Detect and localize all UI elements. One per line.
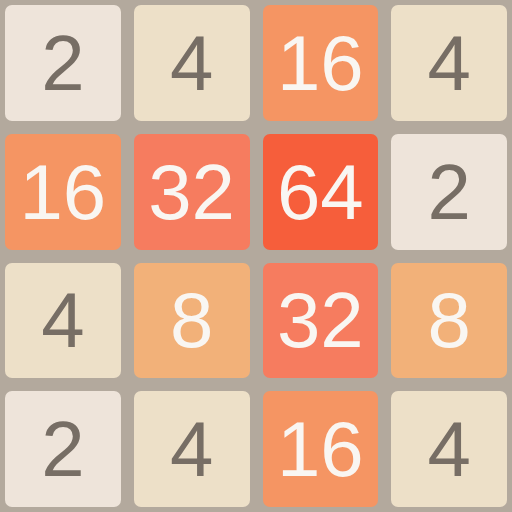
tile-r2c1-value-16: 16 <box>5 134 121 250</box>
tile-r4c2-value-4: 4 <box>134 391 250 507</box>
board-2048[interactable]: 2416416326424832824164 <box>0 0 512 512</box>
tile-r1c2-value-4: 4 <box>134 5 250 121</box>
tile-r1c4-value-4: 4 <box>391 5 507 121</box>
tile-r2c4-value-2: 2 <box>391 134 507 250</box>
tile-r2c2-value-32: 32 <box>134 134 250 250</box>
tile-r3c4-value-8: 8 <box>391 263 507 379</box>
tile-r2c3-value-64: 64 <box>263 134 379 250</box>
tile-r3c1-value-4: 4 <box>5 263 121 379</box>
tile-r4c4-value-4: 4 <box>391 391 507 507</box>
tile-r1c3-value-16: 16 <box>263 5 379 121</box>
tile-r4c3-value-16: 16 <box>263 391 379 507</box>
tile-r3c3-value-32: 32 <box>263 263 379 379</box>
tile-r3c2-value-8: 8 <box>134 263 250 379</box>
tile-r1c1-value-2: 2 <box>5 5 121 121</box>
tile-r4c1-value-2: 2 <box>5 391 121 507</box>
